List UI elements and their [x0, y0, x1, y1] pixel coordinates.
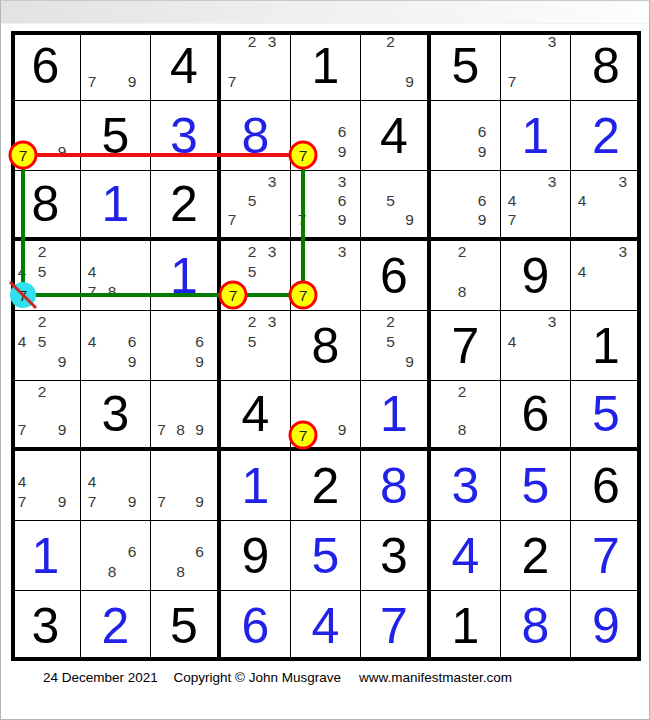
cell-r5c9[interactable]: 1	[571, 311, 641, 381]
cell-r4c4[interactable]: 2357	[221, 241, 291, 311]
candidate-2: 2	[242, 242, 262, 262]
candidate-7: 7	[222, 282, 242, 302]
cell-r6c9[interactable]: 5	[571, 381, 641, 451]
given-digit: 5	[81, 101, 150, 170]
candidate-9: 9	[190, 352, 209, 372]
candidate-9: 9	[52, 420, 72, 439]
candidate-2: 2	[381, 312, 400, 332]
cell-r3c2[interactable]: 1	[81, 171, 151, 241]
candidate-3: 3	[542, 172, 562, 191]
cell-r4c5[interactable]: 37	[291, 241, 361, 311]
pencil-marks: 259	[362, 312, 419, 372]
solved-digit: 3	[431, 451, 500, 520]
cell-r3c1[interactable]: 8	[11, 171, 81, 241]
cell-r7c1[interactable]: 479	[11, 451, 81, 521]
pencil-marks: 34	[572, 242, 633, 302]
given-digit: 2	[501, 521, 570, 590]
given-digit: 2	[291, 451, 360, 520]
solved-digit: 7	[571, 521, 641, 590]
cell-r5c1[interactable]: 2459	[11, 311, 81, 381]
solved-digit: 5	[501, 451, 570, 520]
candidate-5: 5	[381, 191, 400, 210]
pencil-marks: 679	[292, 102, 352, 162]
candidate-7: 7	[502, 72, 522, 92]
given-digit: 4	[361, 101, 427, 170]
cell-r2c3[interactable]: 3	[151, 101, 221, 171]
solved-digit: 3	[151, 101, 217, 170]
candidate-9: 9	[190, 420, 209, 439]
pencil-marks: 34	[502, 312, 562, 372]
given-digit: 6	[361, 241, 427, 310]
cell-r7c6[interactable]: 8	[361, 451, 431, 521]
candidate-3: 3	[262, 312, 282, 332]
pencil-marks: 29	[362, 32, 419, 92]
solved-digit: 1	[151, 241, 217, 310]
pencil-marks: 79	[292, 382, 352, 439]
candidate-8: 8	[102, 282, 122, 302]
candidate-2: 2	[452, 382, 472, 401]
solved-digit: 5	[291, 521, 360, 590]
candidate-7: 7	[82, 282, 102, 302]
cell-r4c8[interactable]: 9	[501, 241, 571, 311]
solved-digit: 9	[571, 591, 641, 661]
candidate-4: 4	[572, 191, 592, 210]
cell-r1c1[interactable]: 6	[11, 31, 81, 101]
cell-r6c7[interactable]: 28	[431, 381, 501, 451]
cell-r1c6[interactable]: 29	[361, 31, 431, 101]
candidate-6: 6	[332, 122, 352, 142]
cell-r6c8[interactable]: 6	[501, 381, 571, 451]
cell-r6c5[interactable]: 79	[291, 381, 361, 451]
pencil-marks: 2457	[12, 242, 72, 302]
candidate-7: 7	[12, 420, 32, 439]
candidate-6: 6	[122, 332, 142, 352]
cell-r1c3[interactable]: 4	[151, 31, 221, 101]
given-digit: 1	[291, 31, 360, 100]
candidate-7: 7	[82, 492, 102, 512]
window-titlebar	[1, 1, 649, 24]
given-digit: 5	[431, 31, 500, 100]
candidate-9: 9	[122, 72, 142, 92]
candidate-5: 5	[32, 262, 52, 282]
candidate-8: 8	[171, 562, 190, 582]
pencil-marks: 68	[82, 522, 142, 582]
cell-r8c6[interactable]: 3	[361, 521, 431, 591]
solved-digit: 2	[81, 591, 150, 661]
solved-digit: 5	[571, 381, 641, 447]
cell-r8c9[interactable]: 7	[571, 521, 641, 591]
candidate-7: 7	[152, 420, 171, 439]
pencil-marks: 469	[82, 312, 142, 372]
sudoku-board: 6794237129537879538679469128123573679596…	[11, 31, 641, 661]
given-digit: 6	[11, 31, 80, 100]
candidate-6: 6	[472, 191, 492, 210]
solved-digit: 2	[571, 101, 641, 170]
candidate-7: 7	[12, 142, 32, 162]
candidate-2: 2	[452, 242, 472, 262]
candidate-7: 7	[292, 420, 312, 439]
cell-r2c5[interactable]: 679	[291, 101, 361, 171]
cell-r5c6[interactable]: 259	[361, 311, 431, 381]
given-digit: 8	[571, 31, 641, 100]
cell-r2c4[interactable]: 8	[221, 101, 291, 171]
candidate-9: 9	[400, 72, 419, 92]
candidate-6: 6	[332, 191, 352, 210]
candidate-3: 3	[262, 172, 282, 191]
candidate-2: 2	[32, 242, 52, 262]
cell-r6c3[interactable]: 789	[151, 381, 221, 451]
given-digit: 7	[431, 311, 500, 380]
candidate-9: 9	[122, 492, 142, 512]
pencil-marks: 34	[572, 172, 633, 229]
candidate-3: 3	[262, 242, 282, 262]
given-digit: 9	[501, 241, 570, 310]
footer: 24 December 2021 Copyright © John Musgra…	[1, 670, 649, 685]
solved-digit: 7	[361, 591, 427, 661]
cell-r5c8[interactable]: 34	[501, 311, 571, 381]
candidate-7: 7	[292, 210, 312, 229]
cell-r2c1[interactable]: 79	[11, 101, 81, 171]
candidate-4: 4	[12, 472, 32, 492]
candidate-6: 6	[190, 332, 209, 352]
pencil-marks: 69	[432, 172, 492, 229]
candidate-4: 4	[572, 262, 592, 282]
cell-r8c7[interactable]: 4	[431, 521, 501, 591]
solved-digit: 1	[361, 381, 427, 447]
candidate-2: 2	[32, 382, 52, 401]
cell-r5c5[interactable]: 8	[291, 311, 361, 381]
cell-r5c4[interactable]: 235	[221, 311, 291, 381]
candidate-3: 3	[332, 242, 352, 262]
solved-digit: 8	[221, 101, 290, 170]
pencil-marks: 59	[362, 172, 419, 229]
candidate-9: 9	[332, 142, 352, 162]
pencil-marks: 2459	[12, 312, 72, 372]
pencil-marks: 68	[152, 522, 209, 582]
cell-r2c8[interactable]: 1	[501, 101, 571, 171]
candidate-8: 8	[452, 420, 472, 439]
cell-r7c2[interactable]: 479	[81, 451, 151, 521]
cell-r5c3[interactable]: 69	[151, 311, 221, 381]
cell-r7c7[interactable]: 3	[431, 451, 501, 521]
candidate-7: 7	[222, 210, 242, 229]
cell-r4c7[interactable]: 28	[431, 241, 501, 311]
cell-r7c4[interactable]: 1	[221, 451, 291, 521]
candidate-7: 7	[222, 72, 242, 92]
candidate-4: 4	[12, 332, 32, 352]
candidate-5: 5	[381, 332, 400, 352]
candidate-9: 9	[400, 210, 419, 229]
pencil-marks: 347	[502, 172, 562, 229]
pencil-marks: 279	[12, 382, 72, 439]
pencil-marks: 28	[432, 382, 492, 439]
cell-r6c4[interactable]: 4	[221, 381, 291, 451]
candidate-7: 7	[292, 142, 312, 162]
pencil-marks: 79	[82, 32, 142, 92]
cell-r5c2[interactable]: 469	[81, 311, 151, 381]
cell-r2c9[interactable]: 2	[571, 101, 641, 171]
candidate-7: 7	[82, 72, 102, 92]
cell-r6c6[interactable]: 1	[361, 381, 431, 451]
cell-r8c4[interactable]: 9	[221, 521, 291, 591]
given-digit: 3	[361, 521, 427, 590]
solved-digit: 1	[81, 171, 150, 237]
cell-r7c8[interactable]: 5	[501, 451, 571, 521]
solved-digit: 6	[221, 591, 290, 661]
cell-r4c2[interactable]: 478	[81, 241, 151, 311]
cell-r9c8[interactable]: 8	[501, 591, 571, 661]
candidate-3: 3	[613, 242, 633, 262]
candidate-4: 4	[82, 472, 102, 492]
given-digit: 6	[571, 451, 641, 520]
candidate-2: 2	[242, 312, 262, 332]
pencil-marks: 3679	[292, 172, 352, 229]
given-digit: 8	[11, 171, 80, 237]
candidate-5: 5	[242, 191, 262, 210]
pencil-marks: 478	[82, 242, 142, 302]
cell-r4c3[interactable]: 1	[151, 241, 221, 311]
cell-r6c1[interactable]: 279	[11, 381, 81, 451]
pencil-marks: 28	[432, 242, 492, 302]
candidate-9: 9	[472, 142, 492, 162]
cell-r8c2[interactable]: 68	[81, 521, 151, 591]
candidate-2: 2	[381, 32, 400, 52]
candidate-8: 8	[171, 420, 190, 439]
cell-r8c8[interactable]: 2	[501, 521, 571, 591]
candidate-4: 4	[502, 191, 522, 210]
candidate-7: 7	[292, 282, 312, 302]
candidate-9: 9	[52, 492, 72, 512]
pencil-marks: 2357	[222, 242, 282, 302]
pencil-marks: 69	[432, 102, 492, 162]
cell-r5c7[interactable]: 7	[431, 311, 501, 381]
footer-copyright: Copyright © John Musgrave	[174, 670, 342, 685]
cell-r9c6[interactable]: 7	[361, 591, 431, 661]
cell-r6c2[interactable]: 3	[81, 381, 151, 451]
cell-r3c7[interactable]: 69	[431, 171, 501, 241]
candidate-9: 9	[332, 420, 352, 439]
candidate-9: 9	[122, 352, 142, 372]
given-digit: 5	[151, 591, 217, 661]
given-digit: 4	[151, 31, 217, 100]
candidate-3: 3	[332, 172, 352, 191]
cell-r9c1[interactable]: 3	[11, 591, 81, 661]
pencil-marks: 37	[292, 242, 352, 302]
cell-r3c6[interactable]: 59	[361, 171, 431, 241]
candidate-8: 8	[452, 282, 472, 302]
candidate-3: 3	[262, 32, 282, 52]
cell-r1c5[interactable]: 1	[291, 31, 361, 101]
candidate-2: 2	[32, 312, 52, 332]
pencil-marks: 789	[152, 382, 209, 439]
candidate-7: 7	[12, 282, 32, 302]
sudoku-app-window: 6794237129537879538679469128123573679596…	[0, 0, 650, 720]
cell-r3c3[interactable]: 2	[151, 171, 221, 241]
cell-r4c1[interactable]: 2457	[11, 241, 81, 311]
cell-r1c8[interactable]: 37	[501, 31, 571, 101]
candidate-9: 9	[52, 352, 72, 372]
footer-website: www.manifestmaster.com	[359, 670, 512, 685]
solved-digit: 1	[221, 451, 290, 520]
cell-r9c7[interactable]: 1	[431, 591, 501, 661]
candidate-9: 9	[190, 492, 209, 512]
cell-r4c6[interactable]: 6	[361, 241, 431, 311]
candidate-9: 9	[332, 210, 352, 229]
given-digit: 9	[221, 521, 290, 590]
candidate-3: 3	[613, 172, 633, 191]
candidate-7: 7	[152, 492, 171, 512]
candidate-5: 5	[242, 262, 262, 282]
cell-r7c3[interactable]: 79	[151, 451, 221, 521]
cell-r9c9[interactable]: 9	[571, 591, 641, 661]
solved-digit: 8	[361, 451, 427, 520]
cell-r3c5[interactable]: 3679	[291, 171, 361, 241]
pencil-marks: 479	[82, 452, 142, 512]
footer-date: 24 December 2021	[43, 670, 158, 685]
pencil-marks: 79	[152, 452, 209, 512]
cell-r2c2[interactable]: 5	[81, 101, 151, 171]
solved-digit: 4	[291, 591, 360, 661]
candidate-8: 8	[102, 562, 122, 582]
solved-digit: 1	[11, 521, 80, 590]
given-digit: 3	[11, 591, 80, 661]
given-digit: 3	[81, 381, 150, 447]
cell-r8c3[interactable]: 68	[151, 521, 221, 591]
pencil-marks: 237	[222, 32, 282, 92]
candidate-9: 9	[400, 352, 419, 372]
candidate-4: 4	[82, 332, 102, 352]
solved-digit: 1	[501, 101, 570, 170]
candidate-6: 6	[190, 542, 209, 562]
cell-r9c3[interactable]: 5	[151, 591, 221, 661]
candidate-6: 6	[472, 122, 492, 142]
given-digit: 8	[291, 311, 360, 380]
cell-r1c7[interactable]: 5	[431, 31, 501, 101]
pencil-marks: 37	[502, 32, 562, 92]
candidate-3: 3	[542, 32, 562, 52]
pencil-marks: 479	[12, 452, 72, 512]
cell-r7c5[interactable]: 2	[291, 451, 361, 521]
cell-r3c4[interactable]: 357	[221, 171, 291, 241]
given-digit: 1	[431, 591, 500, 661]
cell-r4c9[interactable]: 34	[571, 241, 641, 311]
solved-digit: 8	[501, 591, 570, 661]
given-digit: 6	[501, 381, 570, 447]
candidate-3: 3	[542, 312, 562, 332]
candidate-6: 6	[122, 542, 142, 562]
cell-r2c7[interactable]: 69	[431, 101, 501, 171]
solved-digit: 4	[431, 521, 500, 590]
cell-r9c2[interactable]: 2	[81, 591, 151, 661]
cell-r1c4[interactable]: 237	[221, 31, 291, 101]
candidate-2: 2	[242, 32, 262, 52]
cell-r1c9[interactable]: 8	[571, 31, 641, 101]
candidate-5: 5	[242, 332, 262, 352]
cell-r1c2[interactable]: 79	[81, 31, 151, 101]
pencil-marks: 79	[12, 102, 72, 162]
candidate-9: 9	[52, 142, 72, 162]
given-digit: 1	[571, 311, 641, 380]
pencil-marks: 357	[222, 172, 282, 229]
cell-r9c5[interactable]: 4	[291, 591, 361, 661]
given-digit: 4	[221, 381, 290, 447]
given-digit: 2	[151, 171, 217, 237]
cell-r9c4[interactable]: 6	[221, 591, 291, 661]
candidate-7: 7	[502, 210, 522, 229]
candidate-5: 5	[32, 332, 52, 352]
candidate-9: 9	[472, 210, 492, 229]
pencil-marks: 69	[152, 312, 209, 372]
cell-r2c6[interactable]: 4	[361, 101, 431, 171]
candidate-4: 4	[82, 262, 102, 282]
pencil-marks: 235	[222, 312, 282, 372]
cell-r8c5[interactable]: 5	[291, 521, 361, 591]
cell-r8c1[interactable]: 1	[11, 521, 81, 591]
candidate-4: 4	[12, 262, 32, 282]
cell-r3c9[interactable]: 34	[571, 171, 641, 241]
cell-r3c8[interactable]: 347	[501, 171, 571, 241]
candidate-7: 7	[12, 492, 32, 512]
cell-r7c9[interactable]: 6	[571, 451, 641, 521]
candidate-4: 4	[502, 332, 522, 352]
